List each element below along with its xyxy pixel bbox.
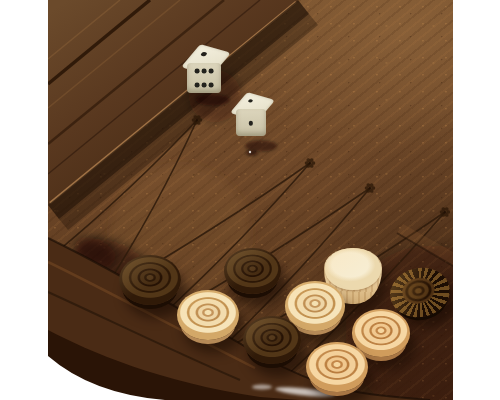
checker-light-5[interactable] [177,290,239,341]
checker-light-6[interactable] [285,281,345,330]
backdrop-left [0,0,48,400]
die-pip [194,83,199,88]
die-pip [202,83,207,88]
die-pip [209,83,214,88]
die-2-front-face [236,109,266,136]
die-pip [209,68,214,73]
die-pip [202,68,207,73]
die-1-front-face [187,63,220,92]
board-photo [0,0,453,400]
die-pip [247,99,254,103]
checker-dark-2[interactable] [224,248,281,295]
die-pip [194,68,199,73]
die-pip [249,121,253,125]
checker-dark-7[interactable] [243,316,301,364]
checker-light-8[interactable] [352,309,410,357]
checker-light-9[interactable] [306,342,368,393]
checker-dark-1[interactable] [119,255,181,306]
die-pip [200,52,208,57]
wet-drip-mark [246,150,258,156]
photo-canvas [0,0,500,400]
